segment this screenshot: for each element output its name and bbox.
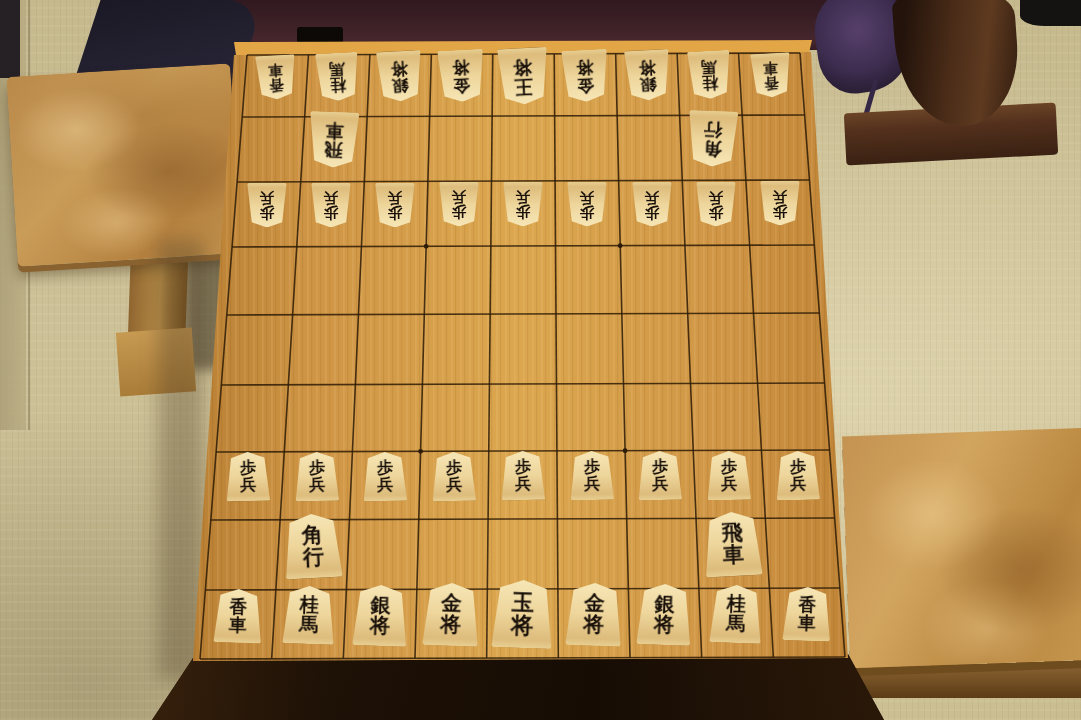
piece-kanji: 兵 [580, 189, 595, 204]
piece-sente-pawn[interactable]: 歩兵 [638, 451, 683, 501]
piece-kanji: 馬 [329, 60, 346, 77]
piece-kanji: 兵 [583, 476, 599, 493]
piece-gote-silver-general[interactable]: 銀将 [376, 50, 424, 103]
piece-kanji: 車 [722, 544, 744, 567]
piece-sente-silver-general[interactable]: 銀将 [636, 583, 693, 646]
piece-kanji: 歩 [446, 460, 462, 477]
piece-kanji: 車 [267, 62, 282, 78]
piece-kanji: 行 [703, 120, 722, 139]
piece-kanji: 将 [576, 58, 594, 76]
piece-sente-knight[interactable]: 桂馬 [282, 585, 336, 645]
piece-kanji: 歩 [516, 204, 531, 219]
piece-sente-knight[interactable]: 桂馬 [709, 584, 763, 644]
piece-gote-gold-general[interactable]: 金将 [437, 49, 486, 103]
piece-gote-silver-general[interactable]: 銀将 [624, 49, 672, 102]
piece-gote-king-osho[interactable]: 王将 [497, 47, 550, 106]
piece-gote-bishop[interactable]: 角行 [687, 110, 739, 167]
piece-sente-pawn[interactable]: 歩兵 [500, 451, 545, 501]
piece-sente-lance[interactable]: 香車 [213, 588, 263, 643]
piece-kanji: 将 [583, 614, 604, 636]
piece-kanji: 飛 [324, 140, 343, 159]
piece-kanji: 馬 [299, 615, 319, 635]
piece-kanji: 香 [229, 597, 247, 616]
piece-kanji: 兵 [388, 190, 403, 205]
piece-kanji: 歩 [388, 205, 403, 220]
piece-kanji: 兵 [323, 190, 338, 205]
piece-kanji: 歩 [772, 204, 787, 219]
piece-kanji: 兵 [516, 190, 531, 205]
piece-gote-pawn[interactable]: 歩兵 [632, 182, 672, 227]
scene: 香車桂馬銀将金将王将金将銀将桂馬香車飛車角行歩兵歩兵歩兵歩兵歩兵歩兵歩兵歩兵歩兵… [0, 0, 1081, 720]
piece-sente-gold-general[interactable]: 金将 [422, 582, 480, 647]
piece-kanji: 兵 [377, 476, 393, 493]
piece-kanji: 歩 [580, 204, 595, 219]
piece-sente-pawn[interactable]: 歩兵 [363, 452, 408, 502]
piece-gote-pawn[interactable]: 歩兵 [247, 183, 287, 228]
piece-kanji: 兵 [790, 475, 806, 492]
piece-kanji: 歩 [789, 458, 805, 475]
piece-kanji: 将 [513, 57, 533, 77]
piece-sente-bishop[interactable]: 角行 [283, 512, 344, 579]
piece-kanji: 兵 [515, 476, 531, 493]
piece-sente-pawn[interactable]: 歩兵 [294, 452, 339, 502]
piece-kanji: 馬 [701, 59, 718, 76]
piece-kanji: 兵 [308, 476, 324, 493]
piece-gote-lance[interactable]: 香車 [750, 52, 792, 98]
piece-kanji: 銀 [391, 76, 408, 94]
piece-kanji: 兵 [652, 475, 668, 492]
piece-kanji: 将 [440, 614, 461, 636]
piece-kanji: 兵 [446, 476, 462, 493]
piece-kanji: 王 [514, 75, 534, 95]
piece-gote-pawn[interactable]: 歩兵 [311, 183, 351, 228]
piece-kanji: 将 [638, 58, 655, 76]
piece-sente-pawn[interactable]: 歩兵 [569, 451, 614, 501]
piece-kanji: 歩 [259, 205, 274, 220]
piece-gote-pawn[interactable]: 歩兵 [439, 182, 479, 227]
piece-kanji: 将 [390, 59, 407, 77]
piece-sente-silver-general[interactable]: 銀将 [352, 584, 409, 647]
piece-kanji: 香 [798, 595, 816, 614]
piece-kanji: 車 [763, 60, 778, 76]
piece-gote-rook[interactable]: 飛車 [308, 112, 360, 169]
piece-sente-pawn[interactable]: 歩兵 [225, 452, 270, 502]
piece-kanji: 兵 [452, 190, 467, 205]
piece-kanji: 兵 [772, 189, 787, 204]
piece-gote-pawn[interactable]: 歩兵 [696, 182, 736, 227]
piece-sente-pawn[interactable]: 歩兵 [432, 451, 477, 501]
piece-gote-gold-general[interactable]: 金将 [561, 49, 610, 103]
piece-sente-rook[interactable]: 飛車 [702, 511, 763, 578]
piece-kanji: 歩 [452, 205, 467, 220]
piece-gote-pawn[interactable]: 歩兵 [503, 182, 543, 227]
piece-sente-king-gyokusho[interactable]: 玉将 [491, 579, 554, 649]
piece-kanji: 兵 [259, 190, 274, 205]
piece-kanji: 銀 [639, 75, 656, 93]
piece-gote-pawn[interactable]: 歩兵 [375, 183, 415, 228]
piece-kanji: 兵 [644, 189, 659, 204]
piece-kanji: 馬 [726, 613, 746, 633]
piece-gote-knight[interactable]: 桂馬 [315, 52, 360, 102]
piece-sente-lance[interactable]: 香車 [782, 586, 832, 641]
piece-kanji: 桂 [701, 75, 718, 92]
piece-sente-pawn[interactable]: 歩兵 [707, 450, 752, 500]
piece-sente-gold-general[interactable]: 金将 [564, 582, 622, 647]
piece-kanji: 兵 [240, 477, 256, 494]
piece-kanji: 兵 [721, 475, 737, 492]
piece-kanji: 銀 [370, 594, 391, 615]
piece-gote-lance[interactable]: 香車 [254, 54, 296, 100]
piece-kanji: 角 [703, 138, 722, 157]
piece-kanji: 金 [453, 76, 471, 94]
piece-kanji: 車 [797, 613, 815, 632]
piece-gote-knight[interactable]: 桂馬 [687, 50, 732, 100]
piece-kanji: 行 [302, 545, 324, 568]
piece-kanji: 車 [325, 121, 344, 140]
piece-kanji: 将 [511, 614, 534, 638]
piece-kanji: 歩 [644, 204, 659, 219]
piece-gote-pawn[interactable]: 歩兵 [760, 181, 800, 226]
piece-kanji: 将 [452, 58, 470, 76]
piece-kanji: 将 [654, 614, 675, 635]
piece-kanji: 歩 [323, 205, 338, 220]
piece-gote-pawn[interactable]: 歩兵 [567, 182, 607, 227]
pieces-layer: 香車桂馬銀将金将王将金将銀将桂馬香車飛車角行歩兵歩兵歩兵歩兵歩兵歩兵歩兵歩兵歩兵… [0, 0, 1081, 720]
piece-kanji: 将 [370, 615, 391, 636]
piece-kanji: 兵 [708, 189, 723, 204]
piece-sente-pawn[interactable]: 歩兵 [775, 450, 820, 500]
piece-kanji: 車 [229, 615, 247, 634]
